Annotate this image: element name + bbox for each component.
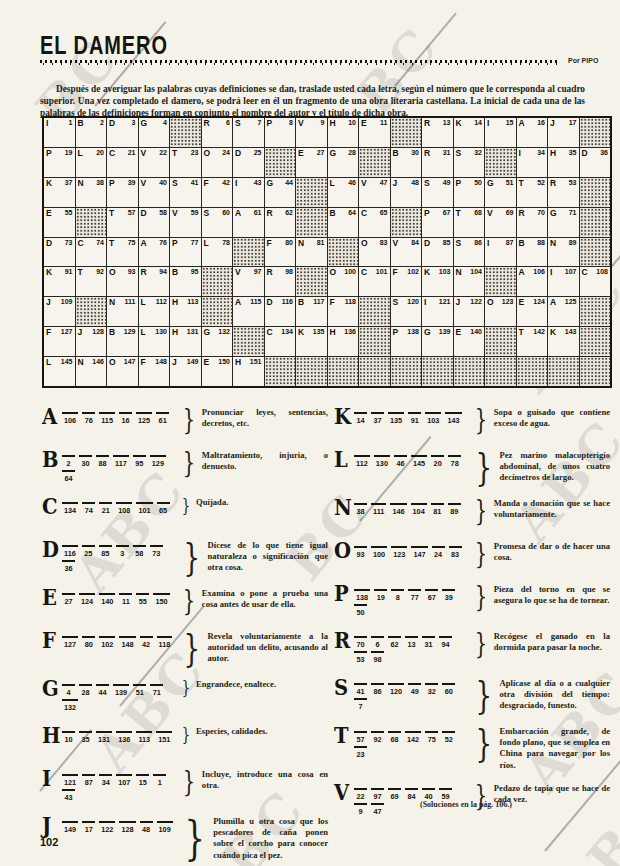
clue-number: 73 xyxy=(150,545,163,558)
cell-clue-letter: R xyxy=(424,118,430,128)
grid-cell[interactable]: C65 xyxy=(359,208,390,237)
brace-glyph: } xyxy=(475,583,487,611)
grid-cell-shaded xyxy=(485,267,516,296)
grid-cell[interactable]: G4 xyxy=(139,118,170,147)
grid-cell[interactable]: J109 xyxy=(44,297,75,326)
cell-clue-letter: F xyxy=(267,238,272,248)
clue-number: 85 xyxy=(99,545,112,558)
grid-cell[interactable]: K14 xyxy=(454,118,485,147)
cell-number: 147 xyxy=(124,358,136,365)
clue-number: 42 xyxy=(140,636,153,649)
cell-clue-letter: G xyxy=(267,178,274,188)
cell-clue-letter: I xyxy=(46,118,48,128)
cell-number: 10 xyxy=(348,119,356,126)
grid-cell[interactable]: T75 xyxy=(107,238,138,267)
cell-clue-letter: F xyxy=(204,178,209,188)
grid-cell[interactable]: O100 xyxy=(328,267,359,296)
cell-clue-letter: G xyxy=(330,148,337,158)
grid-cell[interactable]: E150 xyxy=(202,357,233,386)
cell-clue-letter: E xyxy=(456,327,462,337)
clue-item-H: H1035131136113151}Especies, calidades. xyxy=(42,725,328,757)
cell-clue-letter: P xyxy=(172,238,178,248)
grid-cell[interactable]: C134 xyxy=(265,327,296,356)
grid-cell[interactable]: I87 xyxy=(485,238,516,267)
grid-cell[interactable]: C21 xyxy=(107,148,138,177)
cell-clue-letter: H xyxy=(235,357,241,367)
clue-number: 61 xyxy=(156,412,169,425)
grid-cell[interactable]: F102 xyxy=(391,267,422,296)
cell-number: 9 xyxy=(321,119,325,126)
cell-clue-letter: P xyxy=(424,208,430,218)
clue-letter: K xyxy=(334,406,351,427)
page-header: EL DAMERO xyxy=(40,36,580,60)
cell-number: 132 xyxy=(218,328,230,335)
clue-number: 64 xyxy=(62,470,75,483)
cell-clue-letter: S xyxy=(424,178,430,188)
grid-cell[interactable]: G28 xyxy=(328,148,359,177)
grid-cell[interactable]: G71 xyxy=(548,208,579,237)
clue-number: 40 xyxy=(422,788,435,801)
clue-definition: Manda o donación que se hace voluntariam… xyxy=(494,498,610,520)
grid-cell[interactable]: R62 xyxy=(265,208,296,237)
clue-letter: D xyxy=(42,539,59,560)
grid-cell[interactable]: F148 xyxy=(139,357,170,386)
clue-number: 22 xyxy=(354,788,367,801)
cell-clue-letter: D xyxy=(267,297,273,307)
grid-cell[interactable]: B117 xyxy=(296,297,327,326)
cell-number: 50 xyxy=(474,179,482,186)
cell-clue-letter: G xyxy=(550,208,557,218)
clue-number: 25 xyxy=(82,545,95,558)
clue-number: 89 xyxy=(448,503,461,516)
grid-cell[interactable]: P19 xyxy=(44,148,75,177)
clue-letter: O xyxy=(334,540,351,561)
cell-clue-letter: O xyxy=(204,148,211,158)
clue-definition: Sopa o guisado que contiene exceso de ag… xyxy=(494,407,610,429)
clue-item-E: E271241401155150}Examina o pone a prueba… xyxy=(42,587,328,619)
clue-definition: Examina o pone a prueba una cosa antes d… xyxy=(202,588,328,610)
cell-clue-letter: B xyxy=(172,267,178,277)
grid-cell[interactable]: T23 xyxy=(170,148,201,177)
grid-cell[interactable]: L145 xyxy=(44,357,75,386)
cell-number: 101 xyxy=(376,268,388,275)
grid-cell[interactable]: A125 xyxy=(548,297,579,326)
grid-cell[interactable]: N111 xyxy=(107,297,138,326)
cell-number: 128 xyxy=(92,328,104,335)
clue-definition: Maltratamiento, injuria, o denuesto. xyxy=(202,450,328,472)
clue-number: 108 xyxy=(116,502,132,515)
grid-cell[interactable]: H151 xyxy=(233,357,264,386)
clue-number: 6 xyxy=(371,636,384,649)
cell-clue-letter: F xyxy=(46,327,51,337)
cell-number: 68 xyxy=(474,209,482,216)
cell-number: 100 xyxy=(344,268,356,275)
cell-clue-letter: C xyxy=(361,208,367,218)
cell-number: 70 xyxy=(537,209,545,216)
cell-clue-letter: H xyxy=(330,118,336,128)
grid-cell[interactable]: O83 xyxy=(359,238,390,267)
cell-number: 136 xyxy=(344,328,356,335)
cell-number: 122 xyxy=(470,298,482,305)
cell-number: 77 xyxy=(191,239,199,246)
cell-number: 85 xyxy=(443,239,451,246)
grid-cell[interactable]: K103 xyxy=(422,267,453,296)
cell-clue-letter: K xyxy=(298,327,304,337)
cell-number: 109 xyxy=(61,298,73,305)
grid-cell[interactable]: O93 xyxy=(107,267,138,296)
cell-clue-letter: P xyxy=(46,148,52,158)
grid-cell-shaded xyxy=(296,208,327,237)
grid-cell[interactable]: P77 xyxy=(170,238,201,267)
cell-number: 35 xyxy=(569,149,577,156)
cell-number: 103 xyxy=(439,268,451,275)
grid-cell-shaded xyxy=(202,297,233,326)
grid-cell[interactable]: D116 xyxy=(265,297,296,326)
grid-cell[interactable]: C101 xyxy=(359,267,390,296)
cell-number: 38 xyxy=(96,179,104,186)
cell-number: 62 xyxy=(285,209,293,216)
grid-cell[interactable]: D58 xyxy=(139,208,170,237)
grid-cell[interactable]: R70 xyxy=(517,208,548,237)
grid-cell[interactable]: P50 xyxy=(454,178,485,207)
grid-cell[interactable]: P39 xyxy=(107,178,138,207)
grid-cell[interactable]: A106 xyxy=(517,267,548,296)
grid-cell[interactable]: S41 xyxy=(170,178,201,207)
grid-cell[interactable]: N81 xyxy=(296,238,327,267)
clue-number-row: 121873410715143 xyxy=(62,774,180,804)
cell-clue-letter: J xyxy=(550,118,555,128)
clue-number: 60 xyxy=(442,683,455,696)
clue-number-row: 11625853587336 xyxy=(62,545,180,575)
grid-cell[interactable]: G44 xyxy=(265,178,296,207)
cell-clue-letter: A xyxy=(235,297,241,307)
clue-definition: Aplícase al día o a cualquier otra divis… xyxy=(500,678,610,712)
clue-number: 107 xyxy=(116,774,132,787)
cell-clue-letter: V xyxy=(298,118,304,128)
cell-number: 142 xyxy=(533,328,545,335)
grid-cell[interactable]: B64 xyxy=(328,208,359,237)
grid-cell[interactable]: A115 xyxy=(233,297,264,326)
grid-cell[interactable]: J17 xyxy=(548,118,579,147)
cell-clue-letter: P xyxy=(393,327,399,337)
cell-clue-letter: H xyxy=(330,327,336,337)
grid-cell[interactable]: E124 xyxy=(517,297,548,326)
grid-cell[interactable]: O24 xyxy=(202,148,233,177)
grid-cell[interactable]: I34 xyxy=(517,148,548,177)
clue-item-B: B230881179512964}Maltratamiento, injuria… xyxy=(42,449,328,485)
grid-cell-shaded xyxy=(391,208,422,237)
grid-cell[interactable]: V40 xyxy=(139,178,170,207)
grid-cell[interactable]: H35 xyxy=(548,148,579,177)
clue-number-row: 106761151612561 xyxy=(62,412,180,427)
clue-number: 151 xyxy=(156,731,172,744)
clue-letter: S xyxy=(334,677,351,698)
clue-number: 101 xyxy=(136,502,152,515)
grid-cell[interactable]: K91 xyxy=(44,267,75,296)
cell-clue-letter: O xyxy=(487,297,494,307)
grid-cell[interactable]: F42 xyxy=(202,178,233,207)
grid-cell[interactable]: P138 xyxy=(391,327,422,356)
grid-cell[interactable]: H10 xyxy=(328,118,359,147)
clue-number-row: 134742110810165 xyxy=(62,502,180,517)
grid-cell[interactable]: S7 xyxy=(233,118,264,147)
grid-cell[interactable]: R53 xyxy=(548,178,579,207)
grid-cell[interactable]: L20 xyxy=(76,148,107,177)
cell-clue-letter: L xyxy=(204,238,209,248)
grid-cell[interactable]: K143 xyxy=(548,327,579,356)
cell-number: 27 xyxy=(317,149,325,156)
cell-number: 149 xyxy=(187,358,199,365)
grid-cell-shaded xyxy=(76,208,107,237)
grid-cell[interactable]: V22 xyxy=(139,148,170,177)
cell-clue-letter: C xyxy=(109,148,115,158)
grid-cell[interactable]: J48 xyxy=(391,178,422,207)
clue-number: 104 xyxy=(411,503,427,516)
clue-number: 20 xyxy=(431,455,444,468)
grid-cell[interactable]: H136 xyxy=(328,327,359,356)
cell-number: 40 xyxy=(159,179,167,186)
clues-column-left: A106761151612561}Pronunciar leyes, sente… xyxy=(42,406,328,866)
grid-cell[interactable]: S49 xyxy=(422,178,453,207)
cell-number: 76 xyxy=(159,239,167,246)
grid-cell[interactable]: S60 xyxy=(202,208,233,237)
grid-cell[interactable]: L130 xyxy=(139,327,170,356)
grid-cell[interactable]: A16 xyxy=(517,118,548,147)
grid-cell[interactable]: P8 xyxy=(265,118,296,147)
grid-cell[interactable]: N89 xyxy=(548,238,579,267)
grid-cell[interactable]: E55 xyxy=(44,208,75,237)
grid-cell[interactable]: J122 xyxy=(454,297,485,326)
clue-number: 98 xyxy=(371,651,384,664)
cell-number: 150 xyxy=(218,358,230,365)
clue-number: 34 xyxy=(99,774,112,787)
cell-clue-letter: J xyxy=(172,357,177,367)
grid-cell[interactable]: B30 xyxy=(391,148,422,177)
grid-cell[interactable]: V47 xyxy=(359,178,390,207)
grid-cell[interactable]: N38 xyxy=(76,178,107,207)
grid-cell[interactable]: T92 xyxy=(76,267,107,296)
clue-number: 17 xyxy=(82,821,95,834)
clue-number: 94 xyxy=(439,636,452,649)
grid-cell[interactable]: D85 xyxy=(422,238,453,267)
grid-cell[interactable]: F80 xyxy=(265,238,296,267)
grid-cell[interactable]: T142 xyxy=(517,327,548,356)
cell-clue-letter: S xyxy=(235,118,241,128)
byline: Por PIPO xyxy=(568,57,598,64)
grid-cell[interactable]: H131 xyxy=(170,327,201,356)
clue-definition: Promesa de dar o de hacer una cosa. xyxy=(494,541,610,563)
cell-number: 148 xyxy=(155,358,167,365)
grid-cell[interactable]: R98 xyxy=(265,267,296,296)
clue-number: 146 xyxy=(390,503,406,516)
grid-cell[interactable]: G132 xyxy=(202,327,233,356)
grid-cell-shaded xyxy=(391,357,422,386)
grid-cell[interactable]: B129 xyxy=(107,327,138,356)
brace-glyph: } xyxy=(184,815,204,861)
cell-clue-letter: L xyxy=(141,327,146,337)
grid-cell[interactable]: T68 xyxy=(454,208,485,237)
grid-cell[interactable]: L78 xyxy=(202,238,233,267)
grid-cell[interactable]: V9 xyxy=(296,118,327,147)
grid-cell[interactable]: V69 xyxy=(485,208,516,237)
clue-letter: F xyxy=(42,630,59,651)
grid-cell[interactable]: A76 xyxy=(139,238,170,267)
clue-number: 124 xyxy=(79,593,95,606)
cell-number: 43 xyxy=(254,179,262,186)
grid-cell[interactable]: J128 xyxy=(76,327,107,356)
grid-cell[interactable]: D25 xyxy=(233,148,264,177)
grid-cell[interactable]: F127 xyxy=(44,327,75,356)
cell-clue-letter: C xyxy=(267,327,273,337)
grid-cell-shaded xyxy=(580,357,611,386)
grid-cell[interactable]: I107 xyxy=(548,267,579,296)
cell-clue-letter: O xyxy=(330,267,337,277)
grid-cell[interactable]: I1 xyxy=(44,118,75,147)
clue-definition: Recógese el ganado en la dormida para pa… xyxy=(494,631,610,653)
grid-cell-shaded xyxy=(233,327,264,356)
grid-cell-shaded xyxy=(76,297,107,326)
cell-clue-letter: I xyxy=(487,118,489,128)
clue-number: 47 xyxy=(371,803,384,816)
cell-clue-letter: V xyxy=(235,267,241,277)
clue-number: 74 xyxy=(82,502,95,515)
brace-glyph: } xyxy=(183,449,195,477)
cell-number: 1 xyxy=(69,119,73,126)
cell-clue-letter: T xyxy=(109,238,114,248)
grid-cell[interactable]: O123 xyxy=(485,297,516,326)
clue-number: 113 xyxy=(136,731,152,744)
cell-number: 44 xyxy=(285,179,293,186)
clue-number: 69 xyxy=(388,788,401,801)
clue-number: 115 xyxy=(99,412,115,425)
brace-glyph: } xyxy=(475,406,487,434)
clue-number: 127 xyxy=(62,636,78,649)
clue-definition: Quijada. xyxy=(196,497,328,508)
cell-clue-letter: B xyxy=(519,238,525,248)
grid-cell-shaded xyxy=(296,178,327,207)
grid-cell[interactable]: B88 xyxy=(517,238,548,267)
cell-number: 15 xyxy=(506,119,514,126)
cell-number: 92 xyxy=(96,268,104,275)
grid-cell[interactable]: C108 xyxy=(580,267,611,296)
grid-cell[interactable]: I121 xyxy=(422,297,453,326)
cell-number: 59 xyxy=(191,209,199,216)
grid-cell[interactable]: C74 xyxy=(76,238,107,267)
cell-clue-letter: N xyxy=(456,267,462,277)
grid-cell-shaded xyxy=(359,327,390,356)
clue-number: 10 xyxy=(62,731,75,744)
brace-glyph: } xyxy=(182,496,190,515)
cell-clue-letter: G xyxy=(141,118,148,128)
clue-item-R: R706621331945398}Recógese el ganado en l… xyxy=(334,630,610,666)
grid-cell[interactable]: T57 xyxy=(107,208,138,237)
grid-cell[interactable]: B2 xyxy=(76,118,107,147)
clue-number: 91 xyxy=(408,412,421,425)
clue-number: 68 xyxy=(388,731,401,744)
clue-letter: T xyxy=(334,725,351,746)
grid-cell[interactable]: D73 xyxy=(44,238,75,267)
cell-number: 46 xyxy=(348,179,356,186)
cell-clue-letter: D xyxy=(235,148,241,158)
grid-cell[interactable]: R13 xyxy=(422,118,453,147)
grid-cell[interactable]: R31 xyxy=(422,148,453,177)
grid-cell[interactable]: P67 xyxy=(422,208,453,237)
grid-cell[interactable]: B95 xyxy=(170,267,201,296)
grid-cell[interactable]: N104 xyxy=(454,267,485,296)
cell-number: 84 xyxy=(411,239,419,246)
grid-cell[interactable]: D3 xyxy=(107,118,138,147)
clue-number: 106 xyxy=(62,412,78,425)
clue-number: 62 xyxy=(388,636,401,649)
grid-cell[interactable]: V59 xyxy=(170,208,201,237)
grid-cell[interactable]: G139 xyxy=(422,327,453,356)
grid-cell[interactable]: L46 xyxy=(328,178,359,207)
clue-number: 150 xyxy=(153,593,169,606)
grid-cell[interactable]: E27 xyxy=(296,148,327,177)
grid-cell[interactable]: E11 xyxy=(359,118,390,147)
cell-number: 106 xyxy=(533,268,545,275)
grid-cell[interactable]: L112 xyxy=(139,297,170,326)
grid-cell[interactable]: T52 xyxy=(517,178,548,207)
cell-clue-letter: S xyxy=(393,297,399,307)
grid-cell[interactable]: I43 xyxy=(233,178,264,207)
grid-cell[interactable]: V97 xyxy=(233,267,264,296)
cell-clue-letter: L xyxy=(141,297,146,307)
cell-number: 14 xyxy=(474,119,482,126)
clue-number-row: 579268142755223 xyxy=(354,731,472,761)
grid-cell[interactable]: V84 xyxy=(391,238,422,267)
cell-number: 97 xyxy=(254,268,262,275)
clue-number: 139 xyxy=(113,684,129,697)
clue-number: 24 xyxy=(432,546,445,559)
cell-number: 139 xyxy=(439,328,451,335)
grid-cell[interactable]: S86 xyxy=(454,238,485,267)
grid-cell[interactable]: H113 xyxy=(170,297,201,326)
clue-letter: C xyxy=(42,496,59,517)
grid-cell[interactable]: J149 xyxy=(170,357,201,386)
grid-cell[interactable]: N146 xyxy=(76,357,107,386)
cell-number: 73 xyxy=(65,239,73,246)
cell-number: 21 xyxy=(128,149,136,156)
clue-number: 75 xyxy=(425,731,438,744)
cell-number: 86 xyxy=(474,239,482,246)
grid-cell-shaded xyxy=(265,148,296,177)
grid-cell[interactable]: F118 xyxy=(328,297,359,326)
clue-number: 11 xyxy=(119,593,132,606)
grid-cell[interactable]: K37 xyxy=(44,178,75,207)
grid-cell[interactable]: S120 xyxy=(391,297,422,326)
grid-cell[interactable]: R94 xyxy=(139,267,170,296)
brace-glyph: } xyxy=(182,725,190,744)
clue-number: 80 xyxy=(82,636,95,649)
grid-cell[interactable]: A61 xyxy=(233,208,264,237)
cell-number: 88 xyxy=(537,239,545,246)
clue-number-row: 271241401155150 xyxy=(62,593,180,608)
cell-number: 87 xyxy=(506,239,514,246)
grid-cell[interactable]: O147 xyxy=(107,357,138,386)
grid-cell[interactable]: I15 xyxy=(485,118,516,147)
clue-number-row: 230881179512964 xyxy=(62,455,180,485)
grid-cell[interactable]: G51 xyxy=(485,178,516,207)
clue-number: 142 xyxy=(405,731,421,744)
grid-cell[interactable]: D36 xyxy=(580,148,611,177)
clue-number: 121 xyxy=(62,774,78,787)
grid-cell[interactable]: S32 xyxy=(454,148,485,177)
grid-cell[interactable]: R6 xyxy=(202,118,233,147)
grid-cell[interactable]: E140 xyxy=(454,327,485,356)
cell-number: 13 xyxy=(443,119,451,126)
grid-cell[interactable]: K135 xyxy=(296,327,327,356)
